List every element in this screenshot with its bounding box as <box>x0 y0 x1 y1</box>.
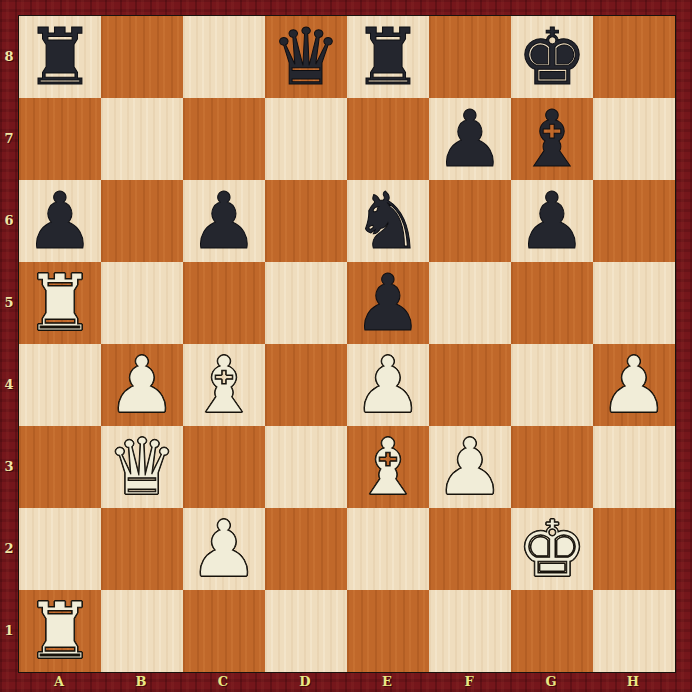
square-e7[interactable] <box>347 98 429 180</box>
square-a4[interactable] <box>19 344 101 426</box>
square-e1[interactable] <box>347 590 429 672</box>
square-b6[interactable] <box>101 180 183 262</box>
rank-label-4: 4 <box>0 343 18 425</box>
square-b4[interactable]: ♟ <box>101 344 183 426</box>
square-d1[interactable] <box>265 590 347 672</box>
rank-label-8: 8 <box>0 15 18 97</box>
chess-board-frame: ♜♛♜♚♟♝♟♟♞♟♜♟♟♝♟♟♛♝♟♟♚♜ 87654321 ABCDEFGH <box>0 0 692 692</box>
piece-white-pawn[interactable]: ♟ <box>353 344 423 426</box>
square-f8[interactable] <box>429 16 511 98</box>
square-d3[interactable] <box>265 426 347 508</box>
square-e4[interactable]: ♟ <box>347 344 429 426</box>
piece-black-pawn[interactable]: ♟ <box>435 98 505 180</box>
square-g6[interactable]: ♟ <box>511 180 593 262</box>
chess-board: ♜♛♜♚♟♝♟♟♞♟♜♟♟♝♟♟♛♝♟♟♚♜ <box>18 15 676 673</box>
square-b5[interactable] <box>101 262 183 344</box>
square-c3[interactable] <box>183 426 265 508</box>
piece-black-queen[interactable]: ♛ <box>271 16 341 98</box>
square-h6[interactable] <box>593 180 675 262</box>
square-d2[interactable] <box>265 508 347 590</box>
square-f3[interactable]: ♟ <box>429 426 511 508</box>
rank-label-3: 3 <box>0 425 18 507</box>
square-g2[interactable]: ♚ <box>511 508 593 590</box>
file-label-d: D <box>264 671 346 692</box>
square-e6[interactable]: ♞ <box>347 180 429 262</box>
piece-black-pawn[interactable]: ♟ <box>189 180 259 262</box>
square-e8[interactable]: ♜ <box>347 16 429 98</box>
piece-black-rook[interactable]: ♜ <box>353 16 423 98</box>
square-f2[interactable] <box>429 508 511 590</box>
rank-label-6: 6 <box>0 179 18 261</box>
square-f7[interactable]: ♟ <box>429 98 511 180</box>
square-d8[interactable]: ♛ <box>265 16 347 98</box>
square-a8[interactable]: ♜ <box>19 16 101 98</box>
piece-black-bishop[interactable]: ♝ <box>517 98 587 180</box>
square-e2[interactable] <box>347 508 429 590</box>
square-b1[interactable] <box>101 590 183 672</box>
square-h8[interactable] <box>593 16 675 98</box>
square-f4[interactable] <box>429 344 511 426</box>
square-b7[interactable] <box>101 98 183 180</box>
file-label-a: A <box>18 671 100 692</box>
square-d5[interactable] <box>265 262 347 344</box>
piece-white-bishop[interactable]: ♝ <box>189 344 259 426</box>
square-a5[interactable]: ♜ <box>19 262 101 344</box>
square-b2[interactable] <box>101 508 183 590</box>
square-f6[interactable] <box>429 180 511 262</box>
piece-white-pawn[interactable]: ♟ <box>435 426 505 508</box>
square-a2[interactable] <box>19 508 101 590</box>
rank-label-5: 5 <box>0 261 18 343</box>
square-h1[interactable] <box>593 590 675 672</box>
piece-black-pawn[interactable]: ♟ <box>353 262 423 344</box>
square-c7[interactable] <box>183 98 265 180</box>
file-label-b: B <box>100 671 182 692</box>
square-b8[interactable] <box>101 16 183 98</box>
square-c1[interactable] <box>183 590 265 672</box>
square-g5[interactable] <box>511 262 593 344</box>
file-label-g: G <box>510 671 592 692</box>
square-h7[interactable] <box>593 98 675 180</box>
square-c4[interactable]: ♝ <box>183 344 265 426</box>
square-g3[interactable] <box>511 426 593 508</box>
square-e5[interactable]: ♟ <box>347 262 429 344</box>
piece-white-rook[interactable]: ♜ <box>25 262 95 344</box>
square-d6[interactable] <box>265 180 347 262</box>
square-c5[interactable] <box>183 262 265 344</box>
square-g1[interactable] <box>511 590 593 672</box>
piece-white-pawn[interactable]: ♟ <box>189 508 259 590</box>
square-b3[interactable]: ♛ <box>101 426 183 508</box>
rank-label-1: 1 <box>0 589 18 671</box>
rank-label-2: 2 <box>0 507 18 589</box>
file-label-f: F <box>428 671 510 692</box>
square-h3[interactable] <box>593 426 675 508</box>
square-f1[interactable] <box>429 590 511 672</box>
square-a7[interactable] <box>19 98 101 180</box>
piece-black-pawn[interactable]: ♟ <box>25 180 95 262</box>
piece-white-king[interactable]: ♚ <box>517 508 587 590</box>
piece-black-king[interactable]: ♚ <box>517 16 587 98</box>
square-a6[interactable]: ♟ <box>19 180 101 262</box>
piece-black-pawn[interactable]: ♟ <box>517 180 587 262</box>
piece-black-knight[interactable]: ♞ <box>353 180 423 262</box>
square-c6[interactable]: ♟ <box>183 180 265 262</box>
square-d7[interactable] <box>265 98 347 180</box>
square-g4[interactable] <box>511 344 593 426</box>
piece-white-bishop[interactable]: ♝ <box>353 426 423 508</box>
square-d4[interactable] <box>265 344 347 426</box>
square-h4[interactable]: ♟ <box>593 344 675 426</box>
rank-label-7: 7 <box>0 97 18 179</box>
file-label-e: E <box>346 671 428 692</box>
piece-white-queen[interactable]: ♛ <box>107 426 177 508</box>
piece-white-rook[interactable]: ♜ <box>25 590 95 672</box>
square-g7[interactable]: ♝ <box>511 98 593 180</box>
square-h5[interactable] <box>593 262 675 344</box>
piece-white-pawn[interactable]: ♟ <box>599 344 669 426</box>
file-label-h: H <box>592 671 674 692</box>
square-c8[interactable] <box>183 16 265 98</box>
piece-black-rook[interactable]: ♜ <box>25 16 95 98</box>
square-e3[interactable]: ♝ <box>347 426 429 508</box>
square-a3[interactable] <box>19 426 101 508</box>
piece-white-pawn[interactable]: ♟ <box>107 344 177 426</box>
square-g8[interactable]: ♚ <box>511 16 593 98</box>
square-f5[interactable] <box>429 262 511 344</box>
square-a1[interactable]: ♜ <box>19 590 101 672</box>
square-h2[interactable] <box>593 508 675 590</box>
file-label-c: C <box>182 671 264 692</box>
square-c2[interactable]: ♟ <box>183 508 265 590</box>
